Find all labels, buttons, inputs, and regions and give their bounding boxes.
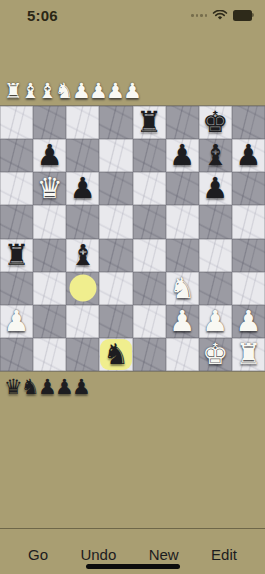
captured-white-bishop: ♝ [38, 81, 55, 102]
black-pawn: ♟ [169, 141, 195, 170]
square-a4[interactable]: ♜ [0, 239, 33, 272]
square-a2[interactable]: ♟ [0, 305, 33, 338]
square-b7[interactable]: ♟ [33, 139, 66, 172]
square-a1[interactable] [0, 338, 33, 371]
square-d7[interactable] [99, 139, 132, 172]
black-pawn: ♟ [235, 141, 261, 170]
edit-button[interactable]: Edit [207, 535, 241, 574]
square-e7[interactable] [133, 139, 166, 172]
square-g4[interactable] [199, 239, 232, 272]
phone-screen: 5:06 ♜♝♝♞♟♟♟♟ ♜♚♟♟♝♟♛♟♟♜♝♞♟♟♟♟♞♚♜ ♛♞♟♟♟ … [0, 0, 265, 574]
captured-white-pawn: ♟ [123, 81, 140, 102]
go-button[interactable]: Go [24, 535, 52, 574]
square-d6[interactable] [99, 172, 132, 205]
square-f8[interactable] [166, 106, 199, 139]
square-g2[interactable]: ♟ [199, 305, 232, 338]
square-c7[interactable] [66, 139, 99, 172]
square-d1[interactable]: ♞ [99, 338, 132, 371]
square-a8[interactable] [0, 106, 33, 139]
black-rook: ♜ [4, 241, 30, 270]
square-b8[interactable] [33, 106, 66, 139]
captured-black-pieces: ♛♞♟♟♟ [4, 371, 89, 398]
square-b4[interactable] [33, 239, 66, 272]
captured-white-pawn: ♟ [72, 81, 89, 102]
square-d8[interactable] [99, 106, 132, 139]
square-d3[interactable] [99, 272, 132, 305]
captured-black-queen: ♛ [4, 377, 21, 398]
square-f3[interactable]: ♞ [166, 272, 199, 305]
white-knight: ♞ [169, 274, 195, 303]
battery-icon [233, 10, 254, 21]
square-a5[interactable] [0, 205, 33, 238]
square-c5[interactable] [66, 205, 99, 238]
black-bishop: ♝ [70, 241, 96, 270]
white-pawn: ♟ [202, 307, 228, 336]
square-g5[interactable] [199, 205, 232, 238]
black-knight: ♞ [103, 340, 129, 369]
square-h3[interactable] [232, 272, 265, 305]
chess-board: ♜♚♟♟♝♟♛♟♟♜♝♞♟♟♟♟♞♚♜ [0, 105, 265, 372]
square-d4[interactable] [99, 239, 132, 272]
square-g7[interactable]: ♝ [199, 139, 232, 172]
square-b1[interactable] [33, 338, 66, 371]
square-a7[interactable] [0, 139, 33, 172]
square-g6[interactable]: ♟ [199, 172, 232, 205]
captured-black-pawn: ♟ [38, 377, 55, 398]
square-f7[interactable]: ♟ [166, 139, 199, 172]
square-c3[interactable] [66, 272, 99, 305]
black-pawn: ♟ [70, 174, 96, 203]
square-e3[interactable] [133, 272, 166, 305]
square-f4[interactable] [166, 239, 199, 272]
square-c4[interactable]: ♝ [66, 239, 99, 272]
square-f5[interactable] [166, 205, 199, 238]
square-e2[interactable] [133, 305, 166, 338]
square-e6[interactable] [133, 172, 166, 205]
square-f1[interactable] [166, 338, 199, 371]
square-e8[interactable]: ♜ [133, 106, 166, 139]
square-b2[interactable] [33, 305, 66, 338]
square-h6[interactable] [232, 172, 265, 205]
square-b3[interactable] [33, 272, 66, 305]
square-h2[interactable]: ♟ [232, 305, 265, 338]
captured-black-knight: ♞ [21, 377, 38, 398]
square-h1[interactable]: ♜ [232, 338, 265, 371]
square-h5[interactable] [232, 205, 265, 238]
black-bishop: ♝ [202, 141, 228, 170]
square-a6[interactable] [0, 172, 33, 205]
black-rook: ♜ [136, 108, 162, 137]
square-e4[interactable] [133, 239, 166, 272]
captured-white-bishop: ♝ [21, 81, 38, 102]
square-g1[interactable]: ♚ [199, 338, 232, 371]
square-c8[interactable] [66, 106, 99, 139]
square-e5[interactable] [133, 205, 166, 238]
square-d5[interactable] [99, 205, 132, 238]
square-b5[interactable] [33, 205, 66, 238]
square-b6[interactable]: ♛ [33, 172, 66, 205]
captured-white-pieces: ♜♝♝♞♟♟♟♟ [4, 75, 140, 102]
square-e1[interactable] [133, 338, 166, 371]
captured-black-pawn: ♟ [72, 377, 89, 398]
square-f2[interactable]: ♟ [166, 305, 199, 338]
square-c6[interactable]: ♟ [66, 172, 99, 205]
white-pawn: ♟ [169, 307, 195, 336]
square-d2[interactable] [99, 305, 132, 338]
captured-white-pawn: ♟ [89, 81, 106, 102]
square-h7[interactable]: ♟ [232, 139, 265, 172]
square-h8[interactable] [232, 106, 265, 139]
black-king: ♚ [202, 108, 228, 137]
black-pawn: ♟ [202, 174, 228, 203]
cellular-signal-icon [191, 14, 207, 17]
white-queen: ♛ [37, 174, 63, 203]
white-king: ♚ [202, 340, 228, 369]
square-h4[interactable] [232, 239, 265, 272]
black-pawn: ♟ [37, 141, 63, 170]
white-rook: ♜ [235, 340, 261, 369]
white-pawn: ♟ [235, 307, 261, 336]
wifi-icon [212, 10, 228, 21]
clock: 5:06 [27, 7, 58, 24]
captured-white-knight: ♞ [55, 81, 72, 102]
captured-white-rook: ♜ [4, 81, 21, 102]
square-g3[interactable] [199, 272, 232, 305]
square-c2[interactable] [66, 305, 99, 338]
square-c1[interactable] [66, 338, 99, 371]
white-pawn: ♟ [4, 307, 30, 336]
captured-white-pawn: ♟ [106, 81, 123, 102]
captured-black-pawn: ♟ [55, 377, 72, 398]
square-g8[interactable]: ♚ [199, 106, 232, 139]
square-f6[interactable] [166, 172, 199, 205]
status-bar: 5:06 [0, 0, 265, 30]
square-a3[interactable] [0, 272, 33, 305]
move-origin-marker [69, 275, 96, 302]
status-icons [191, 10, 254, 21]
home-indicator[interactable] [86, 564, 180, 569]
